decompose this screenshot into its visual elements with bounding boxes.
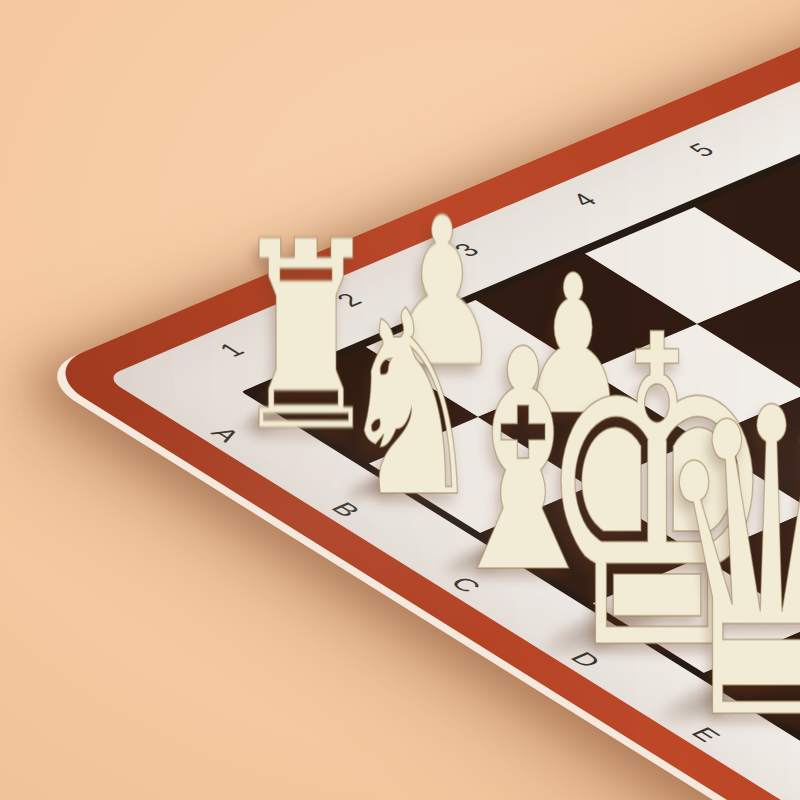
chessboard: ABCDEFGH 12345678: [40, 0, 800, 800]
chess-set-photo: ABCDEFGH 12345678 ♟♟♜♞♝♚♛: [0, 0, 800, 800]
board-coordinate-margin: ABCDEFGH 12345678: [105, 0, 800, 800]
